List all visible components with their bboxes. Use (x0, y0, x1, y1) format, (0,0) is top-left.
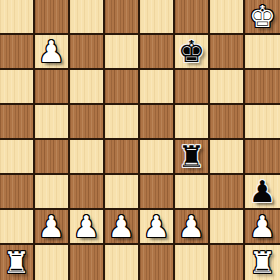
square-e4[interactable] (140, 140, 175, 175)
piece-black-pawn-h3[interactable]: ♟ (249, 177, 276, 207)
square-h2[interactable]: ♟ (245, 210, 280, 245)
square-f2[interactable]: ♟ (175, 210, 210, 245)
square-d4[interactable] (105, 140, 140, 175)
square-f5[interactable] (175, 105, 210, 140)
piece-white-pawn-f2[interactable]: ♟ (178, 212, 205, 242)
square-d8[interactable] (105, 0, 140, 35)
square-e3[interactable] (140, 175, 175, 210)
square-h3[interactable]: ♟ (245, 175, 280, 210)
square-c5[interactable] (70, 105, 105, 140)
square-c1[interactable] (70, 245, 105, 280)
square-d3[interactable] (105, 175, 140, 210)
square-f8[interactable] (175, 0, 210, 35)
piece-white-pawn-b7[interactable]: ♟ (38, 37, 65, 67)
square-a1[interactable]: ♜ (0, 245, 35, 280)
square-f6[interactable] (175, 70, 210, 105)
piece-white-pawn-h2[interactable]: ♟ (249, 212, 276, 242)
piece-white-king-h8[interactable]: ♚ (249, 2, 276, 32)
square-a3[interactable] (0, 175, 35, 210)
square-f1[interactable] (175, 245, 210, 280)
square-a4[interactable] (0, 140, 35, 175)
square-c6[interactable] (70, 70, 105, 105)
square-f7[interactable]: ♚ (175, 35, 210, 70)
square-c4[interactable] (70, 140, 105, 175)
square-e7[interactable] (140, 35, 175, 70)
square-e8[interactable] (140, 0, 175, 35)
square-g2[interactable] (210, 210, 245, 245)
square-b8[interactable] (35, 0, 70, 35)
square-g1[interactable] (210, 245, 245, 280)
piece-black-rook-f4[interactable]: ♜ (178, 142, 205, 172)
square-c2[interactable]: ♟ (70, 210, 105, 245)
piece-black-king-f7[interactable]: ♚ (178, 37, 205, 67)
square-d5[interactable] (105, 105, 140, 140)
square-a6[interactable] (0, 70, 35, 105)
square-b4[interactable] (35, 140, 70, 175)
piece-white-pawn-d2[interactable]: ♟ (108, 212, 135, 242)
square-d7[interactable] (105, 35, 140, 70)
square-b2[interactable]: ♟ (35, 210, 70, 245)
square-g6[interactable] (210, 70, 245, 105)
square-g8[interactable] (210, 0, 245, 35)
square-e1[interactable] (140, 245, 175, 280)
square-a8[interactable] (0, 0, 35, 35)
square-a2[interactable] (0, 210, 35, 245)
chess-board: ♚♟♚♜♟♟♟♟♟♟♟♜♜ (0, 0, 280, 280)
square-b6[interactable] (35, 70, 70, 105)
square-c7[interactable] (70, 35, 105, 70)
square-a7[interactable] (0, 35, 35, 70)
square-g7[interactable] (210, 35, 245, 70)
square-c3[interactable] (70, 175, 105, 210)
square-b3[interactable] (35, 175, 70, 210)
square-b7[interactable]: ♟ (35, 35, 70, 70)
square-g4[interactable] (210, 140, 245, 175)
square-e5[interactable] (140, 105, 175, 140)
square-b1[interactable] (35, 245, 70, 280)
square-d6[interactable] (105, 70, 140, 105)
square-h8[interactable]: ♚ (245, 0, 280, 35)
square-h1[interactable]: ♜ (245, 245, 280, 280)
square-f4[interactable]: ♜ (175, 140, 210, 175)
square-d1[interactable] (105, 245, 140, 280)
square-h6[interactable] (245, 70, 280, 105)
square-d2[interactable]: ♟ (105, 210, 140, 245)
square-g5[interactable] (210, 105, 245, 140)
piece-white-pawn-b2[interactable]: ♟ (38, 212, 65, 242)
square-f3[interactable] (175, 175, 210, 210)
square-b5[interactable] (35, 105, 70, 140)
square-h4[interactable] (245, 140, 280, 175)
square-h5[interactable] (245, 105, 280, 140)
square-e2[interactable]: ♟ (140, 210, 175, 245)
piece-white-rook-a1[interactable]: ♜ (3, 248, 30, 278)
piece-white-pawn-e2[interactable]: ♟ (143, 212, 170, 242)
square-c8[interactable] (70, 0, 105, 35)
square-h7[interactable] (245, 35, 280, 70)
square-e6[interactable] (140, 70, 175, 105)
square-a5[interactable] (0, 105, 35, 140)
square-g3[interactable] (210, 175, 245, 210)
piece-white-rook-h1[interactable]: ♜ (249, 248, 276, 278)
piece-white-pawn-c2[interactable]: ♟ (73, 212, 100, 242)
